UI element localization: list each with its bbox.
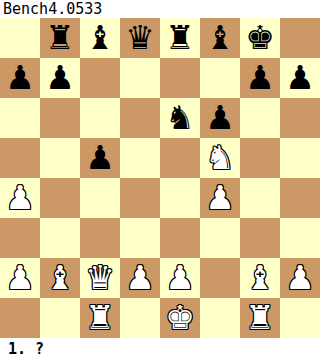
piece-black-pawn: ♟ [85,138,115,178]
square-b7[interactable]: ♟ [40,58,80,98]
square-c2[interactable]: ♛ [80,258,120,298]
piece-white-knight: ♞ [205,138,235,178]
piece-black-pawn: ♟ [5,58,35,98]
piece-black-rook: ♜ [165,18,195,58]
square-a3[interactable] [0,218,40,258]
square-b4[interactable] [40,178,80,218]
square-a4[interactable]: ♟ [0,178,40,218]
square-c4[interactable] [80,178,120,218]
square-e6[interactable]: ♞ [160,98,200,138]
square-h5[interactable] [280,138,320,178]
square-e8[interactable]: ♜ [160,18,200,58]
square-d3[interactable] [120,218,160,258]
square-g4[interactable] [240,178,280,218]
square-d4[interactable] [120,178,160,218]
square-d8[interactable]: ♛ [120,18,160,58]
square-c1[interactable]: ♜ [80,298,120,338]
piece-black-pawn: ♟ [45,58,75,98]
square-a1[interactable] [0,298,40,338]
piece-white-pawn: ♟ [285,258,315,298]
square-g7[interactable]: ♟ [240,58,280,98]
piece-black-pawn: ♟ [285,58,315,98]
piece-white-rook: ♜ [85,298,115,338]
piece-white-queen: ♛ [85,258,115,298]
piece-white-pawn: ♟ [5,178,35,218]
piece-black-king: ♚ [245,18,275,58]
square-e1[interactable]: ♚ [160,298,200,338]
piece-black-queen: ♛ [125,18,155,58]
piece-white-rook: ♜ [245,298,275,338]
piece-black-pawn: ♟ [245,58,275,98]
piece-black-bishop: ♝ [85,18,115,58]
piece-white-pawn: ♟ [165,258,195,298]
square-g5[interactable] [240,138,280,178]
square-a5[interactable] [0,138,40,178]
square-f1[interactable] [200,298,240,338]
square-e3[interactable] [160,218,200,258]
square-h7[interactable]: ♟ [280,58,320,98]
piece-black-rook: ♜ [45,18,75,58]
chess-board: ♜♝♛♜♝♚♟♟♟♟♞♟♟♞♟♟♟♝♛♟♟♝♟♜♚♜ [0,18,320,338]
square-g8[interactable]: ♚ [240,18,280,58]
square-g1[interactable]: ♜ [240,298,280,338]
square-g3[interactable] [240,218,280,258]
square-e7[interactable] [160,58,200,98]
square-c8[interactable]: ♝ [80,18,120,58]
square-g2[interactable]: ♝ [240,258,280,298]
square-c6[interactable] [80,98,120,138]
piece-white-pawn: ♟ [205,178,235,218]
square-f8[interactable]: ♝ [200,18,240,58]
square-h3[interactable] [280,218,320,258]
square-d5[interactable] [120,138,160,178]
square-f4[interactable]: ♟ [200,178,240,218]
square-d6[interactable] [120,98,160,138]
square-b1[interactable] [40,298,80,338]
square-g6[interactable] [240,98,280,138]
square-d1[interactable] [120,298,160,338]
piece-black-knight: ♞ [165,98,195,138]
square-c3[interactable] [80,218,120,258]
square-f5[interactable]: ♞ [200,138,240,178]
piece-white-pawn: ♟ [125,258,155,298]
square-h8[interactable] [280,18,320,58]
square-d7[interactable] [120,58,160,98]
piece-black-pawn: ♟ [205,98,235,138]
square-d2[interactable]: ♟ [120,258,160,298]
square-a7[interactable]: ♟ [0,58,40,98]
square-e4[interactable] [160,178,200,218]
square-b2[interactable]: ♝ [40,258,80,298]
square-b8[interactable]: ♜ [40,18,80,58]
square-a8[interactable] [0,18,40,58]
square-b5[interactable] [40,138,80,178]
square-a2[interactable]: ♟ [0,258,40,298]
piece-white-pawn: ♟ [5,258,35,298]
square-c5[interactable]: ♟ [80,138,120,178]
piece-black-bishop: ♝ [205,18,235,58]
square-c7[interactable] [80,58,120,98]
piece-white-bishop: ♝ [245,258,275,298]
square-a6[interactable] [0,98,40,138]
square-e2[interactable]: ♟ [160,258,200,298]
square-e5[interactable] [160,138,200,178]
square-h2[interactable]: ♟ [280,258,320,298]
square-h1[interactable] [280,298,320,338]
piece-white-king: ♚ [165,298,195,338]
window-title: Bench4.0533 [0,0,320,18]
square-b6[interactable] [40,98,80,138]
square-h4[interactable] [280,178,320,218]
square-f3[interactable] [200,218,240,258]
square-f2[interactable] [200,258,240,298]
square-f7[interactable] [200,58,240,98]
square-f6[interactable]: ♟ [200,98,240,138]
square-b3[interactable] [40,218,80,258]
square-h6[interactable] [280,98,320,138]
move-prompt: 1. ? [0,338,320,360]
piece-white-bishop: ♝ [45,258,75,298]
